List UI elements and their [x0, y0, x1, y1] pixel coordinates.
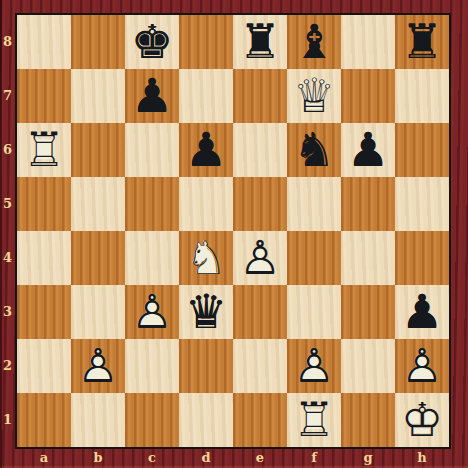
square-f7[interactable]: ♛♕ [287, 69, 341, 123]
piece-black-rook[interactable]: ♜♖ [233, 15, 287, 69]
board-grid: ♚♔♜♖♝♗♜♖♟♙♛♕♜♖♟♙♞♘♟♙♞♘♟♙♟♙♛♕♟♙♟♙♟♙♟♙♜♖♚♔ [17, 15, 449, 447]
square-c6[interactable] [125, 123, 179, 177]
square-d4[interactable]: ♞♘ [179, 231, 233, 285]
square-a1[interactable] [17, 393, 71, 447]
rank-label-3: 3 [0, 285, 15, 339]
square-g1[interactable] [341, 393, 395, 447]
square-h2[interactable]: ♟♙ [395, 339, 449, 393]
square-a3[interactable] [17, 285, 71, 339]
file-label-a: a [17, 449, 71, 468]
piece-black-pawn[interactable]: ♟♙ [179, 123, 233, 177]
square-a2[interactable] [17, 339, 71, 393]
square-h1[interactable]: ♚♔ [395, 393, 449, 447]
square-g7[interactable] [341, 69, 395, 123]
square-d7[interactable] [179, 69, 233, 123]
piece-black-pawn[interactable]: ♟♙ [341, 123, 395, 177]
file-label-f: f [287, 449, 341, 468]
piece-white-pawn[interactable]: ♟♙ [287, 339, 341, 393]
file-label-d: d [179, 449, 233, 468]
board-frame: ♚♔♜♖♝♗♜♖♟♙♛♕♜♖♟♙♞♘♟♙♞♘♟♙♟♙♛♕♟♙♟♙♟♙♟♙♜♖♚♔… [0, 0, 468, 468]
square-b3[interactable] [71, 285, 125, 339]
square-c1[interactable] [125, 393, 179, 447]
square-d5[interactable] [179, 177, 233, 231]
square-e5[interactable] [233, 177, 287, 231]
square-f6[interactable]: ♞♘ [287, 123, 341, 177]
rank-label-4: 4 [0, 231, 15, 285]
square-a6[interactable]: ♜♖ [17, 123, 71, 177]
square-g8[interactable] [341, 15, 395, 69]
piece-white-pawn[interactable]: ♟♙ [233, 231, 287, 285]
file-label-g: g [341, 449, 395, 468]
square-h8[interactable]: ♜♖ [395, 15, 449, 69]
square-g6[interactable]: ♟♙ [341, 123, 395, 177]
rank-label-8: 8 [0, 15, 15, 69]
piece-white-pawn[interactable]: ♟♙ [71, 339, 125, 393]
file-label-h: h [395, 449, 449, 468]
square-b1[interactable] [71, 393, 125, 447]
square-b4[interactable] [71, 231, 125, 285]
square-h3[interactable]: ♟♙ [395, 285, 449, 339]
square-g5[interactable] [341, 177, 395, 231]
square-a7[interactable] [17, 69, 71, 123]
square-d8[interactable] [179, 15, 233, 69]
piece-white-pawn[interactable]: ♟♙ [395, 339, 449, 393]
file-label-c: c [125, 449, 179, 468]
square-f8[interactable]: ♝♗ [287, 15, 341, 69]
square-a4[interactable] [17, 231, 71, 285]
square-f5[interactable] [287, 177, 341, 231]
square-e7[interactable] [233, 69, 287, 123]
square-f3[interactable] [287, 285, 341, 339]
piece-black-knight[interactable]: ♞♘ [287, 123, 341, 177]
square-e8[interactable]: ♜♖ [233, 15, 287, 69]
square-g4[interactable] [341, 231, 395, 285]
square-g3[interactable] [341, 285, 395, 339]
square-b5[interactable] [71, 177, 125, 231]
square-b7[interactable] [71, 69, 125, 123]
square-e3[interactable] [233, 285, 287, 339]
piece-black-rook[interactable]: ♜♖ [395, 15, 449, 69]
piece-black-king[interactable]: ♚♔ [125, 15, 179, 69]
square-f1[interactable]: ♜♖ [287, 393, 341, 447]
piece-black-pawn[interactable]: ♟♙ [125, 69, 179, 123]
square-c7[interactable]: ♟♙ [125, 69, 179, 123]
piece-white-pawn[interactable]: ♟♙ [125, 285, 179, 339]
rank-label-7: 7 [0, 69, 15, 123]
piece-black-pawn[interactable]: ♟♙ [395, 285, 449, 339]
square-e6[interactable] [233, 123, 287, 177]
rank-label-2: 2 [0, 339, 15, 393]
square-c5[interactable] [125, 177, 179, 231]
piece-white-queen[interactable]: ♛♕ [287, 69, 341, 123]
square-e1[interactable] [233, 393, 287, 447]
rank-label-5: 5 [0, 177, 15, 231]
square-a5[interactable] [17, 177, 71, 231]
square-b6[interactable] [71, 123, 125, 177]
piece-white-knight[interactable]: ♞♘ [179, 231, 233, 285]
piece-white-king[interactable]: ♚♔ [395, 393, 449, 447]
rank-label-6: 6 [0, 123, 15, 177]
square-c8[interactable]: ♚♔ [125, 15, 179, 69]
chess-board: ♚♔♜♖♝♗♜♖♟♙♛♕♜♖♟♙♞♘♟♙♞♘♟♙♟♙♛♕♟♙♟♙♟♙♟♙♜♖♚♔ [15, 13, 451, 449]
square-f2[interactable]: ♟♙ [287, 339, 341, 393]
square-d3[interactable]: ♛♕ [179, 285, 233, 339]
square-c2[interactable] [125, 339, 179, 393]
square-a8[interactable] [17, 15, 71, 69]
square-h7[interactable] [395, 69, 449, 123]
square-e2[interactable] [233, 339, 287, 393]
square-d2[interactable] [179, 339, 233, 393]
file-label-b: b [71, 449, 125, 468]
square-e4[interactable]: ♟♙ [233, 231, 287, 285]
piece-black-queen[interactable]: ♛♕ [179, 285, 233, 339]
piece-white-rook[interactable]: ♜♖ [287, 393, 341, 447]
square-g2[interactable] [341, 339, 395, 393]
square-d1[interactable] [179, 393, 233, 447]
square-h5[interactable] [395, 177, 449, 231]
square-h4[interactable] [395, 231, 449, 285]
file-label-e: e [233, 449, 287, 468]
piece-black-bishop[interactable]: ♝♗ [287, 15, 341, 69]
square-b2[interactable]: ♟♙ [71, 339, 125, 393]
square-c4[interactable] [125, 231, 179, 285]
square-f4[interactable] [287, 231, 341, 285]
rank-label-1: 1 [0, 393, 15, 447]
piece-white-rook[interactable]: ♜♖ [17, 123, 71, 177]
square-c3[interactable]: ♟♙ [125, 285, 179, 339]
square-b8[interactable] [71, 15, 125, 69]
square-h6[interactable] [395, 123, 449, 177]
square-d6[interactable]: ♟♙ [179, 123, 233, 177]
